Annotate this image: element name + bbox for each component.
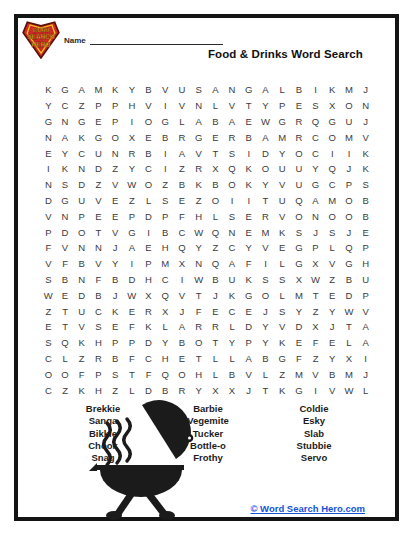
grid-cell[interactable]: V xyxy=(190,145,207,161)
grid-cell[interactable]: Y xyxy=(257,335,274,351)
grid-cell[interactable]: C xyxy=(73,145,90,161)
grid-cell[interactable]: I xyxy=(157,145,174,161)
grid-cell[interactable]: G xyxy=(341,256,358,272)
grid-cell[interactable]: E xyxy=(107,319,124,335)
grid-cell[interactable]: P xyxy=(357,287,374,303)
grid-cell[interactable]: W xyxy=(124,177,141,193)
grid-cell[interactable]: H xyxy=(140,272,157,288)
grid-cell[interactable]: J xyxy=(357,114,374,130)
grid-cell[interactable]: G xyxy=(90,129,107,145)
grid-cell[interactable]: P xyxy=(157,208,174,224)
grid-cell[interactable]: K xyxy=(107,303,124,319)
grid-cell[interactable]: V xyxy=(40,256,57,272)
grid-cell[interactable]: A xyxy=(357,335,374,351)
grid-cell[interactable]: B xyxy=(157,382,174,398)
grid-cell[interactable]: I xyxy=(174,272,191,288)
grid-cell[interactable]: B xyxy=(140,145,157,161)
grid-cell[interactable]: O xyxy=(324,129,341,145)
grid-cell[interactable]: H xyxy=(90,335,107,351)
grid-cell[interactable]: E xyxy=(240,303,257,319)
grid-cell[interactable]: E xyxy=(207,129,224,145)
grid-cell[interactable]: U xyxy=(341,114,358,130)
grid-cell[interactable]: Y xyxy=(257,98,274,114)
grid-cell[interactable]: Q xyxy=(291,193,308,209)
grid-cell[interactable]: E xyxy=(40,319,57,335)
grid-cell[interactable]: K xyxy=(240,161,257,177)
grid-cell[interactable]: F xyxy=(240,256,257,272)
grid-cell[interactable]: V xyxy=(274,319,291,335)
grid-cell[interactable]: A xyxy=(124,240,141,256)
grid-cell[interactable]: D xyxy=(124,272,141,288)
grid-cell[interactable]: E xyxy=(274,240,291,256)
grid-cell[interactable]: U xyxy=(224,272,241,288)
grid-cell[interactable]: I xyxy=(307,82,324,98)
grid-cell[interactable]: J xyxy=(107,287,124,303)
grid-cell[interactable]: V xyxy=(174,287,191,303)
grid-cell[interactable]: Y xyxy=(190,240,207,256)
grid-cell[interactable]: K xyxy=(274,382,291,398)
grid-cell[interactable]: S xyxy=(274,272,291,288)
grid-cell[interactable]: O xyxy=(257,287,274,303)
grid-cell[interactable]: V xyxy=(257,240,274,256)
grid-cell[interactable]: T xyxy=(207,335,224,351)
grid-cell[interactable]: B xyxy=(174,335,191,351)
grid-cell[interactable]: Q xyxy=(207,224,224,240)
grid-cell[interactable]: T xyxy=(124,366,141,382)
grid-cell[interactable]: O xyxy=(224,177,241,193)
grid-cell[interactable]: G xyxy=(291,256,308,272)
grid-cell[interactable]: H xyxy=(90,382,107,398)
grid-cell[interactable]: K xyxy=(190,177,207,193)
grid-cell[interactable]: W xyxy=(124,287,141,303)
grid-cell[interactable]: L xyxy=(357,382,374,398)
grid-cell[interactable]: T xyxy=(257,193,274,209)
grid-cell[interactable]: M xyxy=(291,287,308,303)
grid-cell[interactable]: G xyxy=(73,114,90,130)
grid-cell[interactable]: T xyxy=(190,287,207,303)
grid-cell[interactable]: U xyxy=(174,82,191,98)
grid-cell[interactable]: G xyxy=(57,193,74,209)
grid-cell[interactable]: V xyxy=(140,98,157,114)
grid-cell[interactable]: W xyxy=(40,287,57,303)
grid-cell[interactable]: M xyxy=(291,366,308,382)
grid-cell[interactable]: X xyxy=(207,161,224,177)
grid-cell[interactable]: P xyxy=(107,114,124,130)
grid-cell[interactable]: A xyxy=(240,351,257,367)
grid-cell[interactable]: E xyxy=(140,129,157,145)
grid-cell[interactable]: M xyxy=(274,129,291,145)
grid-cell[interactable]: Y xyxy=(40,98,57,114)
grid-cell[interactable]: Z xyxy=(274,366,291,382)
grid-cell[interactable]: I xyxy=(40,161,57,177)
grid-cell[interactable]: Q xyxy=(341,240,358,256)
grid-cell[interactable]: Z xyxy=(190,193,207,209)
grid-cell[interactable]: J xyxy=(257,303,274,319)
grid-cell[interactable]: Y xyxy=(124,161,141,177)
grid-cell[interactable]: K xyxy=(57,161,74,177)
grid-cell[interactable]: N xyxy=(357,98,374,114)
grid-cell[interactable]: D xyxy=(341,287,358,303)
grid-cell[interactable]: A xyxy=(190,114,207,130)
grid-cell[interactable]: B xyxy=(107,351,124,367)
grid-cell[interactable]: S xyxy=(257,272,274,288)
grid-cell[interactable]: B xyxy=(90,287,107,303)
grid-cell[interactable]: Y xyxy=(257,177,274,193)
grid-cell[interactable]: L xyxy=(324,240,341,256)
grid-cell[interactable]: Y xyxy=(107,256,124,272)
grid-cell[interactable]: O xyxy=(140,177,157,193)
grid-cell[interactable]: P xyxy=(140,256,157,272)
grid-cell[interactable]: J xyxy=(240,382,257,398)
grid-cell[interactable]: K xyxy=(240,177,257,193)
grid-cell[interactable]: M xyxy=(157,256,174,272)
grid-cell[interactable]: T xyxy=(207,145,224,161)
grid-cell[interactable]: K xyxy=(274,335,291,351)
grid-cell[interactable]: Z xyxy=(174,161,191,177)
grid-cell[interactable]: N xyxy=(107,145,124,161)
grid-cell[interactable]: Z xyxy=(124,193,141,209)
grid-cell[interactable]: A xyxy=(174,319,191,335)
grid-cell[interactable]: I xyxy=(307,382,324,398)
grid-cell[interactable]: E xyxy=(107,193,124,209)
grid-cell[interactable]: E xyxy=(90,114,107,130)
grid-cell[interactable]: O xyxy=(140,114,157,130)
grid-cell[interactable]: V xyxy=(107,177,124,193)
grid-cell[interactable]: V xyxy=(240,366,257,382)
grid-cell[interactable]: N xyxy=(224,224,241,240)
grid-cell[interactable]: N xyxy=(73,240,90,256)
grid-cell[interactable]: F xyxy=(57,256,74,272)
grid-cell[interactable]: P xyxy=(90,98,107,114)
grid-cell[interactable]: F xyxy=(307,335,324,351)
grid-cell[interactable]: D xyxy=(140,382,157,398)
grid-cell[interactable]: O xyxy=(324,208,341,224)
grid-cell[interactable]: A xyxy=(257,82,274,98)
grid-cell[interactable]: C xyxy=(224,240,241,256)
grid-cell[interactable]: D xyxy=(140,208,157,224)
grid-cell[interactable]: I xyxy=(224,193,241,209)
grid-cell[interactable]: M xyxy=(324,193,341,209)
grid-cell[interactable]: B xyxy=(357,193,374,209)
grid-cell[interactable]: G xyxy=(190,129,207,145)
grid-cell[interactable]: J xyxy=(174,303,191,319)
grid-cell[interactable]: L xyxy=(207,208,224,224)
grid-cell[interactable]: S xyxy=(224,208,241,224)
grid-cell[interactable]: Z xyxy=(57,382,74,398)
grid-cell[interactable]: R xyxy=(291,114,308,130)
grid-cell[interactable]: B xyxy=(207,177,224,193)
grid-cell[interactable]: E xyxy=(174,351,191,367)
grid-cell[interactable]: C xyxy=(307,145,324,161)
grid-cell[interactable]: Q xyxy=(307,114,324,130)
grid-cell[interactable]: O xyxy=(291,208,308,224)
grid-cell[interactable]: F xyxy=(140,366,157,382)
grid-cell[interactable]: B xyxy=(324,366,341,382)
grid-cell[interactable]: X xyxy=(124,129,141,145)
grid-cell[interactable]: X xyxy=(140,287,157,303)
grid-cell[interactable]: A xyxy=(174,145,191,161)
grid-cell[interactable]: G xyxy=(291,382,308,398)
grid-cell[interactable]: J xyxy=(357,366,374,382)
grid-cell[interactable]: L xyxy=(274,256,291,272)
grid-cell[interactable]: P xyxy=(107,98,124,114)
grid-cell[interactable]: B xyxy=(157,224,174,240)
grid-cell[interactable]: R xyxy=(190,319,207,335)
grid-cell[interactable]: P xyxy=(107,335,124,351)
grid-cell[interactable]: A xyxy=(357,319,374,335)
grid-cell[interactable]: B xyxy=(57,272,74,288)
grid-cell[interactable]: U xyxy=(274,193,291,209)
grid-cell[interactable]: T xyxy=(307,287,324,303)
grid-cell[interactable]: H xyxy=(157,240,174,256)
grid-cell[interactable]: Y xyxy=(224,335,241,351)
grid-cell[interactable]: G xyxy=(240,82,257,98)
grid-cell[interactable]: U xyxy=(90,145,107,161)
grid-cell[interactable]: T xyxy=(240,98,257,114)
grid-cell[interactable]: Q xyxy=(157,287,174,303)
grid-cell[interactable]: G xyxy=(40,114,57,130)
grid-cell[interactable]: L xyxy=(140,193,157,209)
grid-cell[interactable]: Z xyxy=(90,177,107,193)
grid-cell[interactable]: C xyxy=(174,224,191,240)
grid-cell[interactable]: E xyxy=(107,208,124,224)
grid-cell[interactable]: Y xyxy=(291,303,308,319)
grid-cell[interactable]: U xyxy=(274,161,291,177)
grid-cell[interactable]: E xyxy=(140,240,157,256)
grid-cell[interactable]: L xyxy=(257,366,274,382)
grid-cell[interactable]: R xyxy=(124,145,141,161)
grid-cell[interactable]: L xyxy=(207,366,224,382)
grid-cell[interactable]: I xyxy=(124,256,141,272)
grid-cell[interactable]: R xyxy=(291,129,308,145)
grid-cell[interactable]: G xyxy=(124,224,141,240)
grid-cell[interactable]: S xyxy=(224,145,241,161)
grid-cell[interactable]: D xyxy=(57,224,74,240)
grid-cell[interactable]: I xyxy=(341,145,358,161)
grid-cell[interactable]: R xyxy=(224,129,241,145)
grid-cell[interactable]: X xyxy=(307,319,324,335)
grid-cell[interactable]: R xyxy=(90,351,107,367)
grid-cell[interactable]: C xyxy=(157,272,174,288)
grid-cell[interactable]: T xyxy=(341,319,358,335)
grid-cell[interactable]: L xyxy=(207,351,224,367)
grid-cell[interactable]: M xyxy=(341,129,358,145)
grid-cell[interactable]: Q xyxy=(174,240,191,256)
grid-cell[interactable]: O xyxy=(207,193,224,209)
grid-cell[interactable]: H xyxy=(190,366,207,382)
grid-cell[interactable]: P xyxy=(341,177,358,193)
grid-cell[interactable]: C xyxy=(324,177,341,193)
grid-cell[interactable]: X xyxy=(224,382,241,398)
grid-cell[interactable]: G xyxy=(240,287,257,303)
footer-link[interactable]: © Word Search Hero.com xyxy=(250,503,365,514)
grid-cell[interactable]: V xyxy=(324,256,341,272)
grid-cell[interactable]: O xyxy=(57,366,74,382)
grid-cell[interactable]: U xyxy=(291,161,308,177)
grid-cell[interactable]: V xyxy=(224,98,241,114)
grid-cell[interactable]: H xyxy=(157,351,174,367)
grid-cell[interactable]: J xyxy=(307,224,324,240)
grid-cell[interactable]: W xyxy=(190,224,207,240)
grid-cell[interactable]: J xyxy=(341,161,358,177)
grid-cell[interactable]: N xyxy=(90,240,107,256)
grid-cell[interactable]: R xyxy=(207,319,224,335)
grid-cell[interactable]: M xyxy=(341,366,358,382)
grid-cell[interactable]: B xyxy=(224,366,241,382)
grid-cell[interactable]: A xyxy=(224,114,241,130)
grid-cell[interactable]: O xyxy=(341,98,358,114)
grid-cell[interactable]: P xyxy=(90,366,107,382)
grid-cell[interactable]: B xyxy=(107,272,124,288)
grid-cell[interactable]: S xyxy=(190,82,207,98)
grid-cell[interactable]: B xyxy=(240,129,257,145)
grid-cell[interactable]: G xyxy=(274,114,291,130)
grid-cell[interactable]: A xyxy=(257,129,274,145)
grid-cell[interactable]: E xyxy=(124,303,141,319)
grid-cell[interactable]: Z xyxy=(107,161,124,177)
grid-cell[interactable]: D xyxy=(240,319,257,335)
grid-cell[interactable]: X xyxy=(324,98,341,114)
grid-cell[interactable]: K xyxy=(40,82,57,98)
grid-cell[interactable]: F xyxy=(291,351,308,367)
grid-cell[interactable]: U xyxy=(73,193,90,209)
grid-cell[interactable]: Z xyxy=(73,351,90,367)
grid-cell[interactable]: C xyxy=(140,351,157,367)
grid-cell[interactable]: U xyxy=(73,303,90,319)
grid-cell[interactable]: X xyxy=(291,272,308,288)
grid-cell[interactable]: E xyxy=(174,193,191,209)
grid-cell[interactable]: D xyxy=(291,319,308,335)
grid-cell[interactable]: S xyxy=(291,224,308,240)
grid-cell[interactable]: B xyxy=(291,82,308,98)
grid-cell[interactable]: N xyxy=(40,129,57,145)
grid-cell[interactable]: N xyxy=(57,208,74,224)
grid-cell[interactable]: R xyxy=(174,129,191,145)
grid-cell[interactable]: O xyxy=(291,145,308,161)
grid-cell[interactable]: A xyxy=(73,82,90,98)
grid-cell[interactable]: P xyxy=(240,335,257,351)
grid-cell[interactable]: J xyxy=(107,240,124,256)
grid-cell[interactable]: B xyxy=(207,114,224,130)
grid-cell[interactable]: D xyxy=(73,287,90,303)
grid-cell[interactable]: P xyxy=(40,224,57,240)
grid-cell[interactable]: C xyxy=(140,161,157,177)
grid-cell[interactable]: N xyxy=(40,177,57,193)
grid-cell[interactable]: V xyxy=(73,319,90,335)
grid-cell[interactable]: L xyxy=(157,319,174,335)
grid-cell[interactable]: P xyxy=(274,98,291,114)
grid-cell[interactable]: W xyxy=(190,272,207,288)
grid-cell[interactable]: V xyxy=(157,82,174,98)
grid-cell[interactable]: T xyxy=(257,382,274,398)
grid-cell[interactable]: M xyxy=(341,82,358,98)
grid-cell[interactable]: B xyxy=(357,208,374,224)
grid-cell[interactable]: V xyxy=(174,98,191,114)
grid-cell[interactable]: K xyxy=(324,82,341,98)
grid-cell[interactable]: W xyxy=(341,382,358,398)
grid-cell[interactable]: L xyxy=(341,335,358,351)
grid-cell[interactable]: H xyxy=(357,256,374,272)
grid-cell[interactable]: O xyxy=(107,129,124,145)
grid-cell[interactable]: F xyxy=(124,319,141,335)
grid-cell[interactable]: A xyxy=(307,193,324,209)
grid-cell[interactable]: Q xyxy=(324,161,341,177)
grid-cell[interactable]: N xyxy=(224,82,241,98)
grid-cell[interactable]: Y xyxy=(274,145,291,161)
grid-cell[interactable]: B xyxy=(341,272,358,288)
grid-cell[interactable]: K xyxy=(73,382,90,398)
grid-cell[interactable]: P xyxy=(124,208,141,224)
grid-cell[interactable]: V xyxy=(57,240,74,256)
grid-cell[interactable]: Q xyxy=(157,366,174,382)
grid-cell[interactable]: I xyxy=(357,351,374,367)
grid-cell[interactable]: T xyxy=(90,224,107,240)
grid-cell[interactable]: V xyxy=(107,224,124,240)
grid-cell[interactable]: Y xyxy=(324,303,341,319)
grid-cell[interactable]: R xyxy=(257,208,274,224)
grid-cell[interactable]: Z xyxy=(157,177,174,193)
grid-cell[interactable]: E xyxy=(40,145,57,161)
grid-cell[interactable]: K xyxy=(274,224,291,240)
grid-cell[interactable]: B xyxy=(140,82,157,98)
grid-cell[interactable]: Y xyxy=(157,335,174,351)
grid-cell[interactable]: A xyxy=(224,256,241,272)
grid-cell[interactable]: D xyxy=(90,161,107,177)
grid-cell[interactable]: S xyxy=(307,98,324,114)
grid-cell[interactable]: K xyxy=(357,145,374,161)
grid-cell[interactable]: W xyxy=(307,272,324,288)
grid-cell[interactable]: R xyxy=(174,382,191,398)
grid-cell[interactable]: J xyxy=(357,82,374,98)
grid-cell[interactable]: S xyxy=(324,224,341,240)
grid-cell[interactable]: E xyxy=(240,208,257,224)
grid-cell[interactable]: L xyxy=(174,114,191,130)
grid-cell[interactable]: O xyxy=(73,224,90,240)
grid-cell[interactable]: D xyxy=(140,335,157,351)
grid-cell[interactable]: V xyxy=(274,177,291,193)
grid-cell[interactable]: C xyxy=(57,98,74,114)
grid-cell[interactable]: D xyxy=(73,177,90,193)
grid-cell[interactable]: C xyxy=(224,303,241,319)
grid-cell[interactable]: T xyxy=(57,303,74,319)
grid-cell[interactable]: L xyxy=(207,98,224,114)
grid-cell[interactable]: V xyxy=(307,366,324,382)
grid-cell[interactable]: S xyxy=(40,335,57,351)
grid-cell[interactable]: E xyxy=(324,335,341,351)
grid-cell[interactable]: V xyxy=(357,129,374,145)
grid-cell[interactable]: T xyxy=(190,351,207,367)
grid-cell[interactable]: S xyxy=(274,303,291,319)
grid-cell[interactable]: L xyxy=(57,351,74,367)
grid-cell[interactable]: P xyxy=(357,240,374,256)
grid-cell[interactable]: U xyxy=(291,177,308,193)
grid-cell[interactable]: Z xyxy=(40,303,57,319)
grid-cell[interactable]: L xyxy=(224,351,241,367)
grid-cell[interactable]: N xyxy=(190,98,207,114)
grid-cell[interactable]: P xyxy=(73,208,90,224)
grid-cell[interactable]: B xyxy=(257,351,274,367)
grid-cell[interactable]: O xyxy=(341,208,358,224)
grid-cell[interactable]: Z xyxy=(324,272,341,288)
grid-cell[interactable]: B xyxy=(157,129,174,145)
grid-cell[interactable]: G xyxy=(274,351,291,367)
grid-cell[interactable]: G xyxy=(57,82,74,98)
grid-cell[interactable]: N xyxy=(73,272,90,288)
grid-cell[interactable]: Y xyxy=(57,145,74,161)
grid-cell[interactable]: X xyxy=(307,256,324,272)
grid-cell[interactable]: G xyxy=(157,114,174,130)
grid-cell[interactable]: I xyxy=(324,145,341,161)
